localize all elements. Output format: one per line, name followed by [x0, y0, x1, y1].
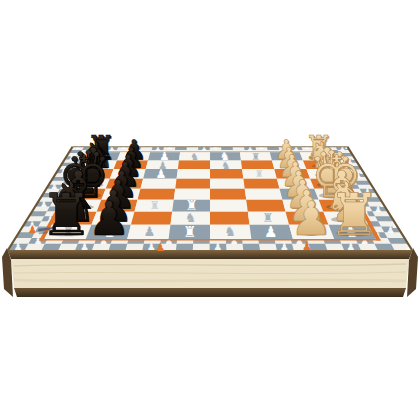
margin-square	[176, 244, 193, 250]
margin-pawn-icon: ♟	[213, 241, 222, 252]
board-square	[210, 200, 248, 212]
margin-accent-icon: ♟	[28, 223, 37, 235]
wood-grain-line	[14, 280, 406, 281]
square-piece-icon: ♜	[251, 151, 260, 162]
square-piece-icon: ♟	[159, 149, 169, 163]
margin-pawn-icon: ♟	[280, 241, 289, 252]
square-piece-icon: ♜	[185, 197, 197, 213]
board-square	[246, 200, 285, 212]
margin-pawn-icon: ♟	[14, 241, 23, 252]
margin-square	[175, 147, 187, 150]
square-piece-icon: ♜	[255, 168, 264, 179]
white-pawn[interactable]: ♟	[290, 191, 332, 246]
square-piece-icon: ♞	[190, 151, 199, 162]
black-rook[interactable]: ♜	[40, 181, 92, 249]
white-rook[interactable]: ♜	[328, 181, 380, 249]
board-square	[174, 189, 210, 200]
margin-pawn-icon: ♟	[147, 241, 156, 252]
board-square	[177, 169, 210, 178]
square-piece-icon: ♞	[220, 149, 230, 163]
board-square	[245, 189, 283, 200]
board-square	[210, 189, 246, 200]
chess-set-product-photo: ♟♟♟♟♟♟♟♟♟♟♟♟♟♟♟♟♟♟♟♟♟♟♟♟♟♟♟♟♟♟♟♟♟♟♟♟♟♟♟♟…	[0, 0, 420, 420]
margin-square	[243, 244, 260, 250]
black-pawn[interactable]: ♟	[88, 191, 130, 246]
square-piece-icon: ♟	[143, 224, 155, 239]
board-square	[210, 212, 250, 225]
square-piece-icon: ♜	[150, 199, 160, 212]
margin-accent-icon: ♟	[156, 241, 166, 254]
scene: ♟♟♟♟♟♟♟♟♟♟♟♟♟♟♟♟♟♟♟♟♟♟♟♟♟♟♟♟♟♟♟♟♟♟♟♟♟♟♟♟…	[0, 0, 420, 420]
board-square	[210, 178, 245, 188]
box-bottom-edge	[14, 288, 406, 297]
board-square	[131, 212, 172, 225]
board-square	[138, 189, 176, 200]
margin-pawn-icon: ♟	[201, 145, 207, 153]
square-piece-icon: ♞	[224, 224, 236, 239]
board-square	[243, 178, 279, 188]
board-square	[175, 178, 210, 188]
square-piece-icon: ♜	[262, 210, 273, 225]
